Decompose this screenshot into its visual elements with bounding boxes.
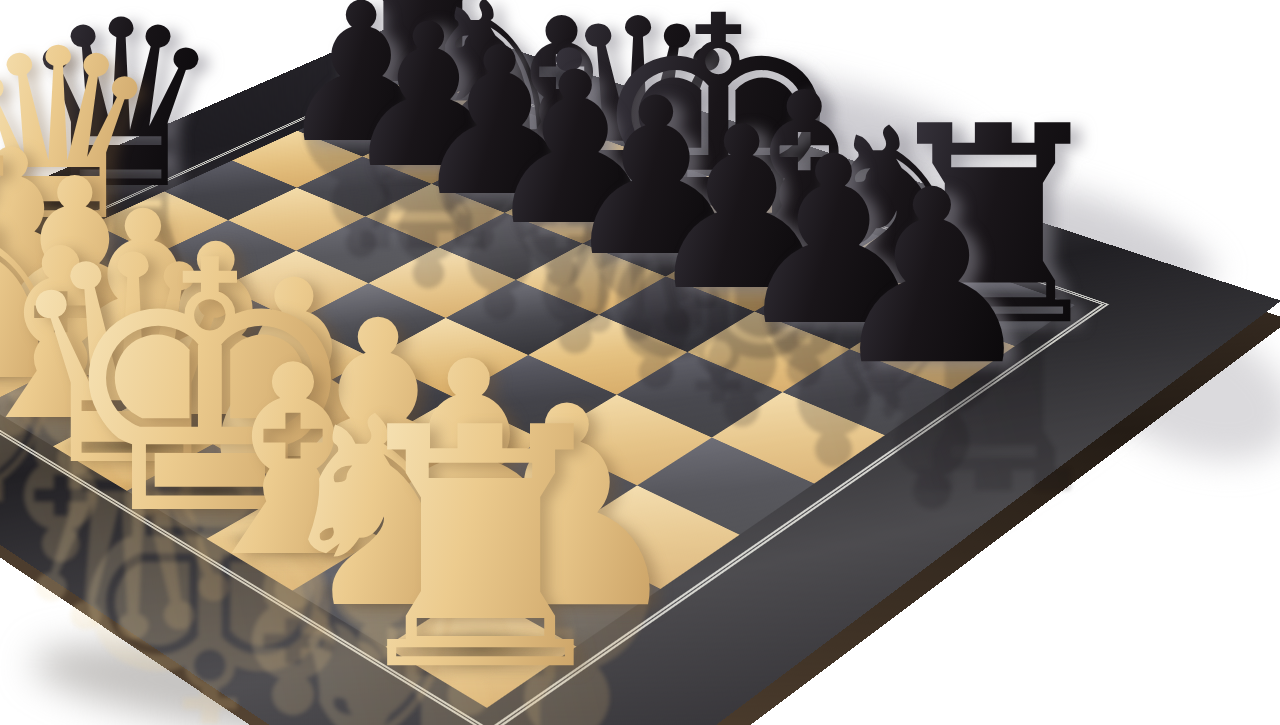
chess-set-photo: ♜♜♞♞♝♝♛♛♚♚♝♝♞♞♜♜♟♟♟♟♟♟♟♟♟♟♟♟♟♟♟♟♟♟♟♟♟♟♟♟… xyxy=(0,0,1280,725)
black-pawn-h7: ♟ xyxy=(812,158,1052,398)
white-rook-h1: ♜ xyxy=(315,385,646,716)
scene: ♜♜♞♞♝♝♛♛♚♚♝♝♞♞♜♜♟♟♟♟♟♟♟♟♟♟♟♟♟♟♟♟♟♟♟♟♟♟♟♟… xyxy=(0,0,1280,725)
